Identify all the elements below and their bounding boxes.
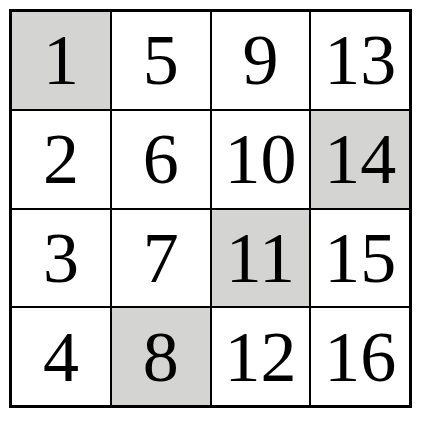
- cell-r4c1[interactable]: 4: [12, 308, 110, 405]
- cell-number: 1: [43, 24, 79, 96]
- cell-number: 12: [224, 321, 296, 393]
- cell-r3c3[interactable]: 11: [212, 210, 310, 307]
- cell-r2c4[interactable]: 14: [311, 111, 409, 208]
- cell-number: 8: [143, 321, 179, 393]
- cell-r1c3[interactable]: 9: [212, 12, 310, 109]
- cell-r4c4[interactable]: 16: [311, 308, 409, 405]
- puzzle-board: 1 5 9 13 2 6 10 14 3 7 11 15 4 8 12 16: [9, 9, 412, 408]
- cell-r1c1[interactable]: 1: [12, 12, 110, 109]
- cell-number: 15: [324, 222, 396, 294]
- cell-number: 3: [43, 222, 79, 294]
- cell-number: 2: [43, 123, 79, 195]
- cell-r1c4[interactable]: 13: [311, 12, 409, 109]
- cell-number: 14: [324, 123, 396, 195]
- cell-r4c3[interactable]: 12: [212, 308, 310, 405]
- cell-r1c2[interactable]: 5: [112, 12, 210, 109]
- cell-number: 4: [43, 321, 79, 393]
- cell-number: 10: [224, 123, 296, 195]
- cell-number: 6: [143, 123, 179, 195]
- cell-number: 5: [143, 24, 179, 96]
- cell-number: 16: [324, 321, 396, 393]
- cell-r3c4[interactable]: 15: [311, 210, 409, 307]
- cell-r2c1[interactable]: 2: [12, 111, 110, 208]
- cell-number: 13: [324, 24, 396, 96]
- cell-r3c1[interactable]: 3: [12, 210, 110, 307]
- cell-r3c2[interactable]: 7: [112, 210, 210, 307]
- cell-r4c2[interactable]: 8: [112, 308, 210, 405]
- cell-number: 9: [242, 24, 278, 96]
- cell-number: 11: [226, 222, 295, 294]
- cell-r2c2[interactable]: 6: [112, 111, 210, 208]
- cell-number: 7: [143, 222, 179, 294]
- cell-r2c3[interactable]: 10: [212, 111, 310, 208]
